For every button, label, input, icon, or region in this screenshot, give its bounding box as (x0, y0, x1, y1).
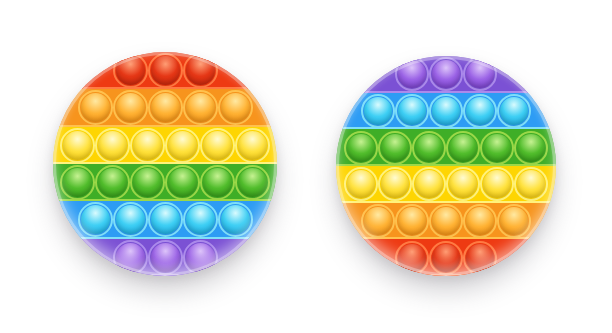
bubble-green[interactable] (378, 131, 412, 165)
pop-it-right (336, 56, 556, 276)
stripe-blue (53, 201, 277, 238)
bubble-dome (466, 97, 494, 125)
bubble-dome (381, 170, 409, 198)
stripe-blue (336, 93, 556, 130)
bubble-purple[interactable] (429, 57, 463, 91)
bubble-purple[interactable] (148, 240, 183, 275)
bubble-blue[interactable] (429, 94, 463, 128)
bubble-dome (483, 134, 511, 162)
bubble-red[interactable] (183, 53, 218, 88)
bubble-dome (116, 243, 145, 272)
bubble-green[interactable] (480, 131, 514, 165)
bubble-purple[interactable] (183, 240, 218, 275)
bubble-dome (415, 170, 443, 198)
bubble-blue[interactable] (148, 202, 183, 237)
stripe-orange (336, 203, 556, 240)
pop-it-left (53, 52, 277, 276)
stripe-yellow (53, 127, 277, 164)
bubble-purple[interactable] (395, 57, 429, 91)
bubble-yellow[interactable] (130, 128, 165, 163)
bubble-orange[interactable] (429, 204, 463, 238)
bubble-orange[interactable] (113, 90, 148, 125)
bubble-yellow[interactable] (165, 128, 200, 163)
bubble-dome (116, 205, 145, 234)
bubble-dome (347, 134, 375, 162)
bubble-dome (466, 60, 494, 88)
bubble-red[interactable] (463, 241, 497, 275)
bubble-green[interactable] (514, 131, 548, 165)
bubble-orange[interactable] (361, 204, 395, 238)
bubble-blue[interactable] (78, 202, 113, 237)
bubble-dome (133, 131, 162, 160)
stripe-green (336, 129, 556, 166)
bubble-red[interactable] (148, 53, 183, 88)
bubble-dome (133, 168, 162, 197)
bubble-dome (432, 207, 460, 235)
bubble-dome (415, 134, 443, 162)
stripe-orange (53, 89, 277, 126)
bubble-orange[interactable] (183, 90, 218, 125)
bubble-purple[interactable] (113, 240, 148, 275)
bubble-green[interactable] (165, 165, 200, 200)
bubble-green[interactable] (446, 131, 480, 165)
bubble-dome (364, 207, 392, 235)
bubble-dome (98, 168, 127, 197)
bubble-dome (116, 56, 145, 85)
bubble-dome (449, 170, 477, 198)
bubble-dome (449, 134, 477, 162)
bubble-red[interactable] (113, 53, 148, 88)
bubble-yellow[interactable] (235, 128, 270, 163)
bubble-green[interactable] (412, 131, 446, 165)
stripe-green (53, 164, 277, 201)
bubble-dome (432, 244, 460, 272)
bubble-dome (63, 168, 92, 197)
bubble-dome (364, 97, 392, 125)
bubble-yellow[interactable] (412, 167, 446, 201)
bubble-yellow[interactable] (200, 128, 235, 163)
bubble-blue[interactable] (497, 94, 531, 128)
bubble-dome (398, 97, 426, 125)
bubble-dome (168, 168, 197, 197)
bubble-blue[interactable] (113, 202, 148, 237)
bubble-dome (238, 168, 267, 197)
bubble-dome (186, 243, 215, 272)
bubble-blue[interactable] (218, 202, 253, 237)
bubble-yellow[interactable] (60, 128, 95, 163)
bubble-dome (116, 93, 145, 122)
bubble-yellow[interactable] (446, 167, 480, 201)
bubble-orange[interactable] (497, 204, 531, 238)
bubble-blue[interactable] (361, 94, 395, 128)
bubble-dome (151, 243, 180, 272)
bubble-green[interactable] (60, 165, 95, 200)
bubble-yellow[interactable] (480, 167, 514, 201)
bubble-orange[interactable] (78, 90, 113, 125)
bubble-dome (517, 134, 545, 162)
bubble-dome (432, 97, 460, 125)
bubble-red[interactable] (395, 241, 429, 275)
bubble-dome (203, 168, 232, 197)
bubble-blue[interactable] (395, 94, 429, 128)
bubble-dome (398, 244, 426, 272)
bubble-dome (466, 244, 494, 272)
bubble-dome (500, 207, 528, 235)
bubble-dome (398, 60, 426, 88)
bubble-dome (63, 131, 92, 160)
bubble-yellow[interactable] (514, 167, 548, 201)
bubble-orange[interactable] (148, 90, 183, 125)
bubble-yellow[interactable] (95, 128, 130, 163)
bubble-dome (238, 131, 267, 160)
bubble-dome (168, 131, 197, 160)
bubble-dome (98, 131, 127, 160)
stripe-red (53, 52, 277, 89)
bubble-yellow[interactable] (378, 167, 412, 201)
bubble-dome (500, 97, 528, 125)
bubble-dome (151, 205, 180, 234)
bubble-dome (517, 170, 545, 198)
bubble-yellow[interactable] (344, 167, 378, 201)
bubble-green[interactable] (200, 165, 235, 200)
bubble-green[interactable] (235, 165, 270, 200)
bubble-green[interactable] (95, 165, 130, 200)
bubble-dome (151, 93, 180, 122)
illustration-canvas (0, 0, 612, 333)
bubble-dome (81, 205, 110, 234)
bubble-dome (398, 207, 426, 235)
stripe-purple (53, 239, 277, 276)
bubble-orange[interactable] (395, 204, 429, 238)
bubble-dome (347, 170, 375, 198)
bubble-dome (203, 131, 232, 160)
bubble-dome (381, 134, 409, 162)
stripe-yellow (336, 166, 556, 203)
bubble-dome (221, 205, 250, 234)
bubble-orange[interactable] (463, 204, 497, 238)
bubble-dome (483, 170, 511, 198)
bubble-dome (466, 207, 494, 235)
bubble-dome (186, 56, 215, 85)
bubble-dome (151, 56, 180, 85)
bubble-dome (432, 60, 460, 88)
bubble-blue[interactable] (183, 202, 218, 237)
bubble-green[interactable] (344, 131, 378, 165)
bubble-dome (221, 93, 250, 122)
bubble-purple[interactable] (463, 57, 497, 91)
bubble-blue[interactable] (463, 94, 497, 128)
bubble-orange[interactable] (218, 90, 253, 125)
bubble-dome (81, 93, 110, 122)
stripe-red (336, 239, 556, 276)
bubble-green[interactable] (130, 165, 165, 200)
bubble-dome (186, 93, 215, 122)
bubble-red[interactable] (429, 241, 463, 275)
bubble-dome (186, 205, 215, 234)
stripe-purple (336, 56, 556, 93)
